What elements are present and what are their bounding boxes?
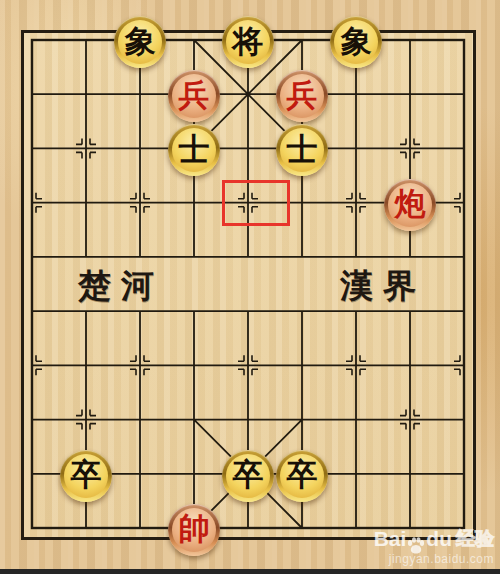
watermark-du: du xyxy=(426,528,452,549)
piece-red-soldier[interactable]: 兵 xyxy=(168,70,220,122)
watermark-brand: Bai du 经验 xyxy=(374,528,494,549)
piece-red-soldier[interactable]: 兵 xyxy=(276,70,328,122)
piece-glyph: 兵 xyxy=(287,80,318,111)
piece-black-general[interactable]: 将 xyxy=(222,16,274,68)
piece-black-elephant[interactable]: 象 xyxy=(114,16,166,68)
watermark-bai: Bai xyxy=(374,528,407,549)
piece-black-advisor[interactable]: 士 xyxy=(276,124,328,176)
piece-glyph: 炮 xyxy=(395,188,426,219)
watermark-url: jingyan.baidu.com xyxy=(374,552,494,566)
piece-glyph: 象 xyxy=(125,26,156,57)
piece-black-soldier[interactable]: 卒 xyxy=(60,450,112,502)
watermark-suffix: 经验 xyxy=(456,529,494,548)
piece-black-elephant[interactable]: 象 xyxy=(330,16,382,68)
piece-glyph: 卒 xyxy=(233,459,264,490)
bottom-dark-strip xyxy=(0,569,500,574)
piece-black-soldier[interactable]: 卒 xyxy=(276,450,328,502)
piece-glyph: 卒 xyxy=(287,459,318,490)
piece-glyph: 卒 xyxy=(71,459,102,490)
piece-red-cannon[interactable]: 炮 xyxy=(384,179,436,231)
xiangqi-board-screenshot: 楚河 漢界 象将象兵兵士士炮卒卒卒帥 Bai du 经验 jingyan.bai… xyxy=(0,0,500,574)
piece-glyph: 将 xyxy=(233,26,264,57)
baidu-jingyan-watermark: Bai du 经验 jingyan.baidu.com xyxy=(374,528,494,566)
piece-red-general[interactable]: 帥 xyxy=(168,504,220,556)
piece-glyph: 士 xyxy=(179,134,210,165)
pieces-layer: 象将象兵兵士士炮卒卒卒帥 xyxy=(0,0,500,574)
piece-glyph: 象 xyxy=(341,26,372,57)
piece-black-advisor[interactable]: 士 xyxy=(168,124,220,176)
piece-glyph: 士 xyxy=(287,134,318,165)
piece-glyph: 帥 xyxy=(179,513,210,544)
piece-glyph: 兵 xyxy=(179,80,210,111)
piece-black-soldier[interactable]: 卒 xyxy=(222,450,274,502)
